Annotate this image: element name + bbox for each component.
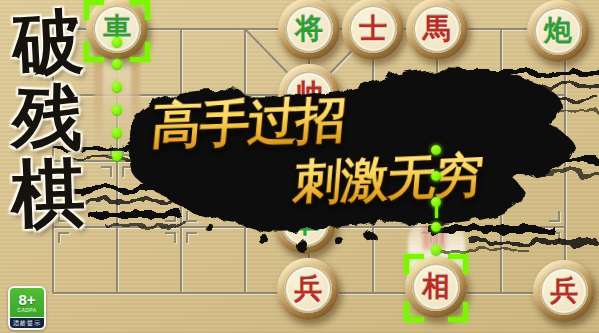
move-hint-dot — [112, 105, 122, 115]
move-hint-dot — [431, 222, 441, 232]
age-rating-label: 适龄提示 — [10, 318, 44, 328]
game-title-vertical: 破 残 棋 — [6, 6, 90, 233]
move-hint-dot — [431, 171, 441, 181]
move-hint-dot — [112, 151, 122, 161]
age-rating-org: CADPA — [17, 307, 36, 314]
title-char: 棋 — [5, 153, 92, 234]
move-arrow-tail — [435, 205, 438, 218]
age-rating-badge: 8+ CADPA 适龄提示 — [8, 286, 46, 330]
promo-screenshot: 車将帅士馬炮車兵相兵 — [0, 0, 599, 333]
bracket-corner-icon — [130, 0, 150, 20]
title-char: 残 — [5, 79, 92, 156]
move-hint-dot — [112, 82, 122, 92]
bracket-corner-icon — [404, 302, 424, 322]
selection-box-chariot — [84, 0, 150, 62]
selection-box-elephant — [404, 254, 468, 322]
move-hint-dot — [431, 145, 441, 155]
age-rating-value: 8+ — [18, 292, 35, 307]
bracket-corner-icon — [448, 254, 468, 274]
age-rating-green-box: 8+ CADPA — [10, 288, 44, 317]
title-char: 破 — [4, 4, 92, 82]
bracket-corner-icon — [130, 42, 150, 62]
bracket-corner-icon — [404, 254, 424, 274]
slogan-line-2: 刺激无穷 — [291, 143, 485, 215]
move-hint-dot — [112, 128, 122, 138]
bracket-corner-icon — [448, 302, 468, 322]
